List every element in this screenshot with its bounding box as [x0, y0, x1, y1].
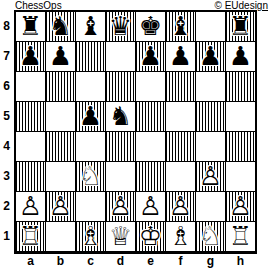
square-a5[interactable] — [16, 102, 45, 131]
square-b2[interactable]: ♟♙ — [46, 192, 75, 221]
rank-label-4: 4 — [0, 132, 13, 161]
square-c6[interactable] — [76, 72, 105, 101]
black-queen[interactable]: ♛ — [106, 12, 135, 41]
square-c2[interactable] — [76, 192, 105, 221]
square-a1[interactable]: ♜♖ — [16, 222, 45, 251]
chess-board: ♜♞♝♛♚♝♜♟♟♟♟♟♟♟♞♞♘♟♙♟♙♟♙♟♙♟♙♟♙♟♙♜♖♝♗♛♕♚♔♝… — [14, 10, 257, 254]
rank-label-6: 6 — [0, 72, 13, 101]
square-d4[interactable] — [106, 132, 135, 161]
black-pawn[interactable]: ♟ — [166, 42, 195, 71]
square-d5[interactable]: ♞ — [106, 102, 135, 131]
white-bishop[interactable]: ♝♗ — [166, 222, 195, 251]
square-f5[interactable] — [166, 102, 195, 131]
square-a2[interactable]: ♟♙ — [16, 192, 45, 221]
square-c8[interactable]: ♝ — [76, 12, 105, 41]
black-king[interactable]: ♚ — [136, 12, 165, 41]
square-d6[interactable] — [106, 72, 135, 101]
square-e2[interactable]: ♟♙ — [136, 192, 165, 221]
white-pawn-outline: ♙ — [46, 192, 75, 221]
square-d3[interactable] — [106, 162, 135, 191]
square-f1[interactable]: ♝♗ — [166, 222, 195, 251]
square-a8[interactable]: ♜ — [16, 12, 45, 41]
rank-label-2: 2 — [0, 192, 13, 221]
black-pawn[interactable]: ♟ — [136, 42, 165, 71]
rank-label-8: 8 — [0, 12, 13, 41]
square-d2[interactable]: ♟♙ — [106, 192, 135, 221]
white-king[interactable]: ♚♔ — [136, 222, 165, 251]
square-b5[interactable] — [46, 102, 75, 131]
square-e4[interactable] — [136, 132, 165, 161]
square-b4[interactable] — [46, 132, 75, 161]
square-g8[interactable] — [196, 12, 225, 41]
black-rook[interactable]: ♜ — [16, 12, 45, 41]
black-pawn[interactable]: ♟ — [196, 42, 225, 71]
rank-label-3: 3 — [0, 162, 13, 191]
white-pawn[interactable]: ♟♙ — [46, 192, 75, 221]
square-b1[interactable] — [46, 222, 75, 251]
white-rook-outline: ♖ — [226, 222, 255, 251]
square-g6[interactable] — [196, 72, 225, 101]
square-h3[interactable] — [226, 162, 255, 191]
square-e1[interactable]: ♚♔ — [136, 222, 165, 251]
square-g3[interactable]: ♟♙ — [196, 162, 225, 191]
square-f3[interactable] — [166, 162, 195, 191]
square-a3[interactable] — [16, 162, 45, 191]
white-pawn-outline: ♙ — [16, 192, 45, 221]
white-pawn-outline: ♙ — [136, 192, 165, 221]
black-knight[interactable]: ♞ — [106, 102, 135, 131]
square-e3[interactable] — [136, 162, 165, 191]
square-a7[interactable]: ♟ — [16, 42, 45, 71]
square-f4[interactable] — [166, 132, 195, 161]
square-d7[interactable] — [106, 42, 135, 71]
file-label-f: f — [166, 254, 195, 268]
white-rook-outline: ♖ — [16, 222, 45, 251]
black-pawn[interactable]: ♟ — [46, 42, 75, 71]
square-d8[interactable]: ♛ — [106, 12, 135, 41]
square-g2[interactable] — [196, 192, 225, 221]
square-h8[interactable]: ♜ — [226, 12, 255, 41]
file-label-d: d — [106, 254, 135, 268]
white-pawn-outline: ♙ — [226, 192, 255, 221]
square-g4[interactable] — [196, 132, 225, 161]
square-b8[interactable]: ♞ — [46, 12, 75, 41]
white-knight[interactable]: ♞♘ — [76, 162, 105, 191]
square-h5[interactable] — [226, 102, 255, 131]
black-bishop[interactable]: ♝ — [166, 12, 195, 41]
square-f2[interactable]: ♟♙ — [166, 192, 195, 221]
square-e6[interactable] — [136, 72, 165, 101]
white-pawn[interactable]: ♟♙ — [16, 192, 45, 221]
square-e8[interactable]: ♚ — [136, 12, 165, 41]
white-knight-outline: ♘ — [76, 162, 105, 191]
rank-label-7: 7 — [0, 42, 13, 71]
white-rook[interactable]: ♜♖ — [226, 222, 255, 251]
file-label-g: g — [196, 254, 225, 268]
file-label-c: c — [76, 254, 105, 268]
white-queen[interactable]: ♛♕ — [106, 222, 135, 251]
square-d1[interactable]: ♛♕ — [106, 222, 135, 251]
square-f7[interactable]: ♟ — [166, 42, 195, 71]
square-g5[interactable] — [196, 102, 225, 131]
white-pawn-outline: ♙ — [106, 192, 135, 221]
square-b7[interactable]: ♟ — [46, 42, 75, 71]
black-bishop[interactable]: ♝ — [76, 12, 105, 41]
black-knight[interactable]: ♞ — [46, 12, 75, 41]
square-a6[interactable] — [16, 72, 45, 101]
rank-label-1: 1 — [0, 222, 13, 251]
square-e7[interactable]: ♟ — [136, 42, 165, 71]
rank-label-5: 5 — [0, 102, 13, 131]
black-rook[interactable]: ♜ — [226, 12, 255, 41]
square-c4[interactable] — [76, 132, 105, 161]
file-label-e: e — [136, 254, 165, 268]
white-pawn[interactable]: ♟♙ — [106, 192, 135, 221]
white-king-outline: ♔ — [136, 222, 165, 251]
file-label-b: b — [46, 254, 75, 268]
white-pawn[interactable]: ♟♙ — [136, 192, 165, 221]
white-pawn-outline: ♙ — [166, 192, 195, 221]
file-label-a: a — [16, 254, 45, 268]
white-queen-outline: ♕ — [106, 222, 135, 251]
square-c7[interactable] — [76, 42, 105, 71]
board-grid: ♜♞♝♛♚♝♜♟♟♟♟♟♟♟♞♞♘♟♙♟♙♟♙♟♙♟♙♟♙♟♙♜♖♝♗♛♕♚♔♝… — [16, 12, 255, 251]
square-c5[interactable]: ♟ — [76, 102, 105, 131]
square-c3[interactable]: ♞♘ — [76, 162, 105, 191]
square-h7[interactable]: ♟ — [226, 42, 255, 71]
white-rook[interactable]: ♜♖ — [16, 222, 45, 251]
square-a4[interactable] — [16, 132, 45, 161]
square-b6[interactable] — [46, 72, 75, 101]
white-knight-outline: ♘ — [196, 222, 225, 251]
white-pawn-outline: ♙ — [196, 162, 225, 191]
white-bishop[interactable]: ♝♗ — [76, 222, 105, 251]
square-g7[interactable]: ♟ — [196, 42, 225, 71]
white-bishop-outline: ♗ — [76, 222, 105, 251]
white-pawn[interactable]: ♟♙ — [226, 192, 255, 221]
square-h1[interactable]: ♜♖ — [226, 222, 255, 251]
square-c1[interactable]: ♝♗ — [76, 222, 105, 251]
black-pawn[interactable]: ♟ — [76, 102, 105, 131]
black-pawn[interactable]: ♟ — [16, 42, 45, 71]
white-bishop-outline: ♗ — [166, 222, 195, 251]
square-e5[interactable] — [136, 102, 165, 131]
square-f8[interactable]: ♝ — [166, 12, 195, 41]
square-b3[interactable] — [46, 162, 75, 191]
square-g1[interactable]: ♞♘ — [196, 222, 225, 251]
file-label-h: h — [226, 254, 255, 268]
white-pawn[interactable]: ♟♙ — [166, 192, 195, 221]
square-h4[interactable] — [226, 132, 255, 161]
white-pawn[interactable]: ♟♙ — [196, 162, 225, 191]
black-pawn[interactable]: ♟ — [226, 42, 255, 71]
square-h2[interactable]: ♟♙ — [226, 192, 255, 221]
square-f6[interactable] — [166, 72, 195, 101]
square-h6[interactable] — [226, 72, 255, 101]
white-knight[interactable]: ♞♘ — [196, 222, 225, 251]
